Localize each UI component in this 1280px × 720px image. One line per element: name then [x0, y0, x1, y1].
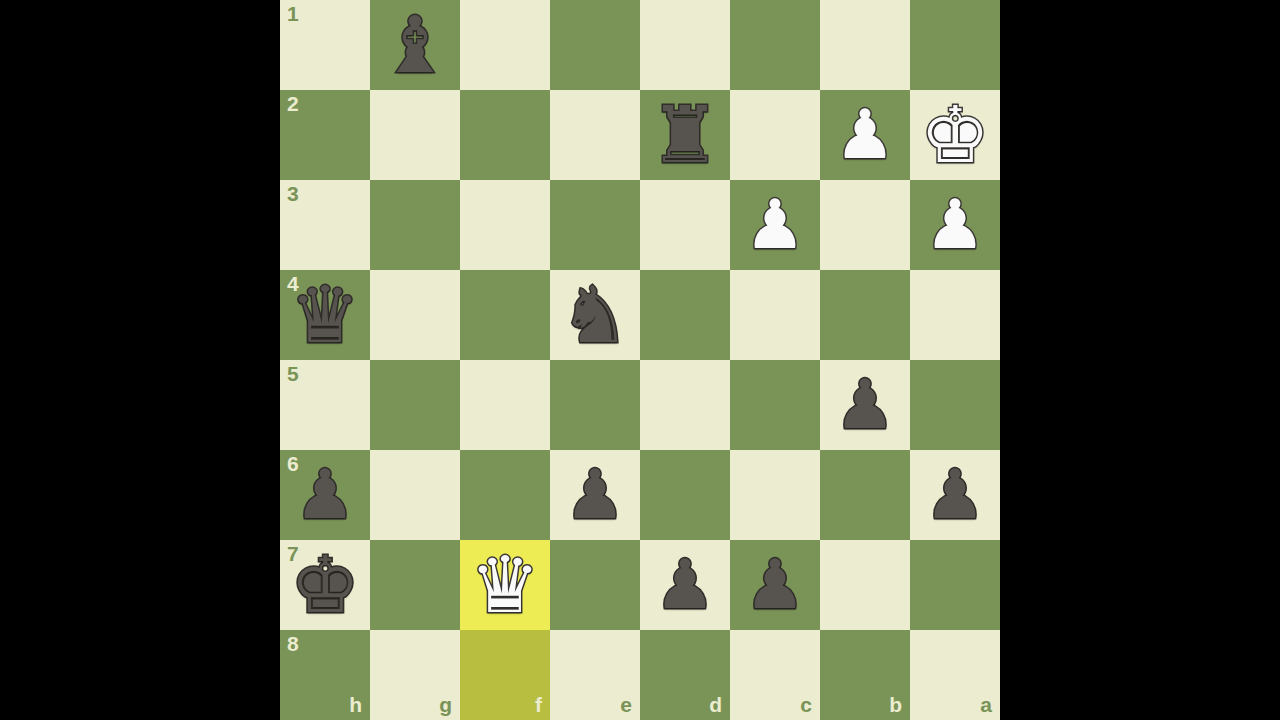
chess-board: 1♝2♜♟♚3♟♟4♛♞5♟6♟♟♟7♚♛♟♟8hgfedcba: [280, 0, 1000, 720]
square-e6[interactable]: ♟: [550, 450, 640, 540]
square-f8[interactable]: f: [460, 630, 550, 720]
white-king-icon[interactable]: ♚: [910, 90, 1000, 180]
square-h7[interactable]: 7♚: [280, 540, 370, 630]
square-h2[interactable]: 2: [280, 90, 370, 180]
square-h5[interactable]: 5: [280, 360, 370, 450]
square-b7[interactable]: [820, 540, 910, 630]
square-b4[interactable]: [820, 270, 910, 360]
rank-label-2: 2: [287, 93, 299, 114]
square-e8[interactable]: e: [550, 630, 640, 720]
square-g6[interactable]: [370, 450, 460, 540]
file-label-b: b: [889, 694, 902, 715]
square-d2[interactable]: ♜: [640, 90, 730, 180]
square-d7[interactable]: ♟: [640, 540, 730, 630]
square-f6[interactable]: [460, 450, 550, 540]
square-d8[interactable]: d: [640, 630, 730, 720]
square-f4[interactable]: [460, 270, 550, 360]
square-b1[interactable]: [820, 0, 910, 90]
square-d4[interactable]: [640, 270, 730, 360]
square-c7[interactable]: ♟: [730, 540, 820, 630]
square-c8[interactable]: c: [730, 630, 820, 720]
rank-label-5: 5: [287, 363, 299, 384]
white-pawn-icon[interactable]: ♟: [910, 180, 1000, 270]
square-h4[interactable]: 4♛: [280, 270, 370, 360]
square-c6[interactable]: [730, 450, 820, 540]
square-f5[interactable]: [460, 360, 550, 450]
square-c3[interactable]: ♟: [730, 180, 820, 270]
black-pawn-icon[interactable]: ♟: [910, 450, 1000, 540]
square-a7[interactable]: [910, 540, 1000, 630]
white-pawn-icon[interactable]: ♟: [730, 180, 820, 270]
letterbox-right: [1000, 0, 1280, 720]
black-king-icon[interactable]: ♚: [280, 540, 370, 630]
file-label-e: e: [620, 694, 632, 715]
square-a3[interactable]: ♟: [910, 180, 1000, 270]
square-e5[interactable]: [550, 360, 640, 450]
square-f2[interactable]: [460, 90, 550, 180]
square-g1[interactable]: ♝: [370, 0, 460, 90]
square-a4[interactable]: [910, 270, 1000, 360]
square-f1[interactable]: [460, 0, 550, 90]
video-frame: 1♝2♜♟♚3♟♟4♛♞5♟6♟♟♟7♚♛♟♟8hgfedcba: [0, 0, 1280, 720]
black-bishop-icon[interactable]: ♝: [370, 0, 460, 90]
square-b8[interactable]: b: [820, 630, 910, 720]
square-b3[interactable]: [820, 180, 910, 270]
square-g2[interactable]: [370, 90, 460, 180]
square-e2[interactable]: [550, 90, 640, 180]
square-b5[interactable]: ♟: [820, 360, 910, 450]
square-d3[interactable]: [640, 180, 730, 270]
square-c4[interactable]: [730, 270, 820, 360]
square-g5[interactable]: [370, 360, 460, 450]
square-e7[interactable]: [550, 540, 640, 630]
square-a6[interactable]: ♟: [910, 450, 1000, 540]
square-h1[interactable]: 1: [280, 0, 370, 90]
file-label-a: a: [980, 694, 992, 715]
rank-label-1: 1: [287, 3, 299, 24]
square-d1[interactable]: [640, 0, 730, 90]
square-d6[interactable]: [640, 450, 730, 540]
rank-label-3: 3: [287, 183, 299, 204]
white-pawn-icon[interactable]: ♟: [820, 90, 910, 180]
square-a1[interactable]: [910, 0, 1000, 90]
square-f3[interactable]: [460, 180, 550, 270]
file-label-c: c: [800, 694, 812, 715]
square-b6[interactable]: [820, 450, 910, 540]
square-e4[interactable]: ♞: [550, 270, 640, 360]
square-a5[interactable]: [910, 360, 1000, 450]
square-e1[interactable]: [550, 0, 640, 90]
square-a8[interactable]: a: [910, 630, 1000, 720]
square-e3[interactable]: [550, 180, 640, 270]
square-d5[interactable]: [640, 360, 730, 450]
square-b2[interactable]: ♟: [820, 90, 910, 180]
square-c1[interactable]: [730, 0, 820, 90]
square-g8[interactable]: g: [370, 630, 460, 720]
square-h8[interactable]: 8h: [280, 630, 370, 720]
black-pawn-icon[interactable]: ♟: [820, 360, 910, 450]
square-h3[interactable]: 3: [280, 180, 370, 270]
square-h6[interactable]: 6♟: [280, 450, 370, 540]
square-c5[interactable]: [730, 360, 820, 450]
file-label-d: d: [709, 694, 722, 715]
black-pawn-icon[interactable]: ♟: [640, 540, 730, 630]
file-label-h: h: [349, 694, 362, 715]
square-g3[interactable]: [370, 180, 460, 270]
black-rook-icon[interactable]: ♜: [640, 90, 730, 180]
file-label-f: f: [535, 694, 542, 715]
black-pawn-icon[interactable]: ♟: [280, 450, 370, 540]
black-knight-icon[interactable]: ♞: [550, 270, 640, 360]
square-a2[interactable]: ♚: [910, 90, 1000, 180]
square-f7[interactable]: ♛: [460, 540, 550, 630]
square-g4[interactable]: [370, 270, 460, 360]
square-c2[interactable]: [730, 90, 820, 180]
rank-label-8: 8: [287, 633, 299, 654]
black-queen-icon[interactable]: ♛: [280, 270, 370, 360]
black-pawn-icon[interactable]: ♟: [550, 450, 640, 540]
square-g7[interactable]: [370, 540, 460, 630]
file-label-g: g: [439, 694, 452, 715]
white-queen-icon[interactable]: ♛: [460, 540, 550, 630]
black-pawn-icon[interactable]: ♟: [730, 540, 820, 630]
letterbox-left: [0, 0, 280, 720]
